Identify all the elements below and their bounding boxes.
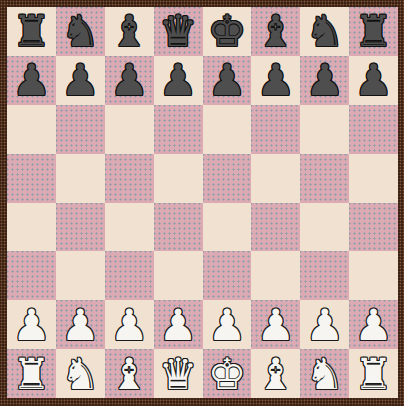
square-b6[interactable] — [56, 105, 105, 154]
square-f3[interactable] — [251, 251, 300, 300]
piece-white-knight: ♞ — [61, 350, 100, 398]
square-b8[interactable]: ♞ — [56, 7, 105, 56]
piece-white-pawn: ♟ — [354, 301, 393, 349]
piece-white-king: ♚ — [208, 350, 247, 398]
square-g2[interactable]: ♟ — [300, 300, 349, 349]
square-d5[interactable] — [154, 154, 203, 203]
square-c5[interactable] — [105, 154, 154, 203]
square-g3[interactable] — [300, 251, 349, 300]
square-a2[interactable]: ♟ — [7, 300, 56, 349]
piece-black-pawn: ♟ — [354, 56, 393, 104]
piece-white-bishop: ♝ — [257, 350, 296, 398]
piece-white-pawn: ♟ — [257, 301, 296, 349]
square-a8[interactable]: ♜ — [7, 7, 56, 56]
square-a4[interactable] — [7, 203, 56, 252]
square-h4[interactable] — [349, 203, 398, 252]
piece-black-king: ♚ — [208, 7, 247, 55]
square-d2[interactable]: ♟ — [154, 300, 203, 349]
piece-white-bishop: ♝ — [110, 350, 149, 398]
square-d6[interactable] — [154, 105, 203, 154]
piece-black-pawn: ♟ — [12, 56, 51, 104]
square-e3[interactable] — [203, 251, 252, 300]
square-h6[interactable] — [349, 105, 398, 154]
piece-white-rook: ♜ — [354, 350, 393, 398]
square-d4[interactable] — [154, 203, 203, 252]
square-h2[interactable]: ♟ — [349, 300, 398, 349]
square-e6[interactable] — [203, 105, 252, 154]
square-c4[interactable] — [105, 203, 154, 252]
piece-black-bishop: ♝ — [257, 7, 296, 55]
square-h7[interactable]: ♟ — [349, 56, 398, 105]
piece-black-pawn: ♟ — [257, 56, 296, 104]
square-g7[interactable]: ♟ — [300, 56, 349, 105]
square-d7[interactable]: ♟ — [154, 56, 203, 105]
square-f2[interactable]: ♟ — [251, 300, 300, 349]
square-h5[interactable] — [349, 154, 398, 203]
chess-board: ♜♞♝♛♚♝♞♜♟♟♟♟♟♟♟♟♟♟♟♟♟♟♟♟♜♞♝♛♚♝♞♜ — [7, 7, 398, 398]
square-e5[interactable] — [203, 154, 252, 203]
square-c3[interactable] — [105, 251, 154, 300]
square-h3[interactable] — [349, 251, 398, 300]
square-b1[interactable]: ♞ — [56, 349, 105, 398]
square-f4[interactable] — [251, 203, 300, 252]
square-e1[interactable]: ♚ — [203, 349, 252, 398]
piece-black-pawn: ♟ — [159, 56, 198, 104]
square-c1[interactable]: ♝ — [105, 349, 154, 398]
square-h1[interactable]: ♜ — [349, 349, 398, 398]
square-a1[interactable]: ♜ — [7, 349, 56, 398]
piece-white-queen: ♛ — [159, 350, 198, 398]
piece-white-pawn: ♟ — [12, 301, 51, 349]
square-e2[interactable]: ♟ — [203, 300, 252, 349]
square-g6[interactable] — [300, 105, 349, 154]
piece-black-rook: ♜ — [12, 7, 51, 55]
square-g1[interactable]: ♞ — [300, 349, 349, 398]
square-g5[interactable] — [300, 154, 349, 203]
board-frame: ♜♞♝♛♚♝♞♜♟♟♟♟♟♟♟♟♟♟♟♟♟♟♟♟♜♞♝♛♚♝♞♜ — [0, 0, 404, 406]
piece-black-knight: ♞ — [61, 7, 100, 55]
square-g8[interactable]: ♞ — [300, 7, 349, 56]
square-e4[interactable] — [203, 203, 252, 252]
square-b7[interactable]: ♟ — [56, 56, 105, 105]
square-c7[interactable]: ♟ — [105, 56, 154, 105]
piece-white-pawn: ♟ — [305, 301, 344, 349]
piece-black-pawn: ♟ — [305, 56, 344, 104]
piece-white-pawn: ♟ — [110, 301, 149, 349]
piece-black-bishop: ♝ — [110, 7, 149, 55]
square-d1[interactable]: ♛ — [154, 349, 203, 398]
square-d8[interactable]: ♛ — [154, 7, 203, 56]
square-h8[interactable]: ♜ — [349, 7, 398, 56]
square-c6[interactable] — [105, 105, 154, 154]
piece-black-queen: ♛ — [159, 7, 198, 55]
square-b4[interactable] — [56, 203, 105, 252]
square-c2[interactable]: ♟ — [105, 300, 154, 349]
square-a3[interactable] — [7, 251, 56, 300]
piece-white-knight: ♞ — [305, 350, 344, 398]
square-c8[interactable]: ♝ — [105, 7, 154, 56]
square-f1[interactable]: ♝ — [251, 349, 300, 398]
square-b5[interactable] — [56, 154, 105, 203]
square-e7[interactable]: ♟ — [203, 56, 252, 105]
square-b2[interactable]: ♟ — [56, 300, 105, 349]
square-f7[interactable]: ♟ — [251, 56, 300, 105]
piece-white-pawn: ♟ — [61, 301, 100, 349]
square-f8[interactable]: ♝ — [251, 7, 300, 56]
piece-black-pawn: ♟ — [110, 56, 149, 104]
piece-white-pawn: ♟ — [159, 301, 198, 349]
square-d3[interactable] — [154, 251, 203, 300]
piece-black-pawn: ♟ — [208, 56, 247, 104]
square-a5[interactable] — [7, 154, 56, 203]
square-f6[interactable] — [251, 105, 300, 154]
piece-white-pawn: ♟ — [208, 301, 247, 349]
square-a6[interactable] — [7, 105, 56, 154]
square-b3[interactable] — [56, 251, 105, 300]
piece-black-rook: ♜ — [354, 7, 393, 55]
square-e8[interactable]: ♚ — [203, 7, 252, 56]
piece-white-rook: ♜ — [12, 350, 51, 398]
piece-black-pawn: ♟ — [61, 56, 100, 104]
square-g4[interactable] — [300, 203, 349, 252]
square-f5[interactable] — [251, 154, 300, 203]
piece-black-knight: ♞ — [305, 7, 344, 55]
square-a7[interactable]: ♟ — [7, 56, 56, 105]
